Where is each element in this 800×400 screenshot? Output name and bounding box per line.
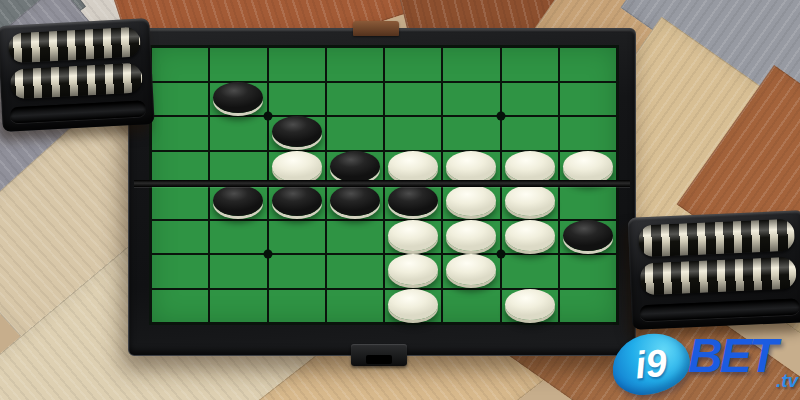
cell-c5[interactable] [268,185,326,220]
cell-f7[interactable] [442,254,500,289]
cell-h1[interactable] [559,47,617,82]
disc-black-c5[interactable] [272,185,322,216]
cell-a5[interactable] [151,185,209,220]
disc-black-e5[interactable] [388,185,438,216]
cell-d3[interactable] [326,116,384,151]
disc-tray-right [628,210,800,330]
logo-tld-text: .tv [776,370,798,392]
disc-stack [638,219,795,258]
cell-c3[interactable] [268,116,326,151]
othello-board [128,28,636,356]
cell-a6[interactable] [151,220,209,255]
cell-f5[interactable] [442,185,500,220]
cell-h7[interactable] [559,254,617,289]
cell-g6[interactable] [501,220,559,255]
cell-d5[interactable] [326,185,384,220]
disc-tray-left [0,18,155,132]
disc-white-f5[interactable] [446,185,496,216]
star-point [263,112,272,121]
disc-white-h4[interactable] [563,151,613,182]
disc-black-c3[interactable] [272,116,322,147]
cell-g2[interactable] [501,82,559,117]
cell-b6[interactable] [209,220,267,255]
cell-b2[interactable] [209,82,267,117]
disc-white-f6[interactable] [446,220,496,251]
logo-brand-text: BET [688,328,775,383]
disc-stack [10,63,143,100]
disc-white-g5[interactable] [505,185,555,216]
cell-d2[interactable] [326,82,384,117]
star-point [496,250,505,259]
cell-h8[interactable] [559,289,617,324]
cell-c2[interactable] [268,82,326,117]
cell-e8[interactable] [384,289,442,324]
disc-white-e6[interactable] [388,220,438,251]
tray-channel [639,298,800,321]
cell-h2[interactable] [559,82,617,117]
cell-a3[interactable] [151,116,209,151]
cell-g1[interactable] [501,47,559,82]
disc-black-d4[interactable] [330,151,380,182]
cell-g7[interactable] [501,254,559,289]
cell-e7[interactable] [384,254,442,289]
disc-white-g8[interactable] [505,289,555,320]
cell-a2[interactable] [151,82,209,117]
cell-d7[interactable] [326,254,384,289]
cell-b5[interactable] [209,185,267,220]
disc-black-b2[interactable] [213,82,263,113]
cell-h6[interactable] [559,220,617,255]
cell-d6[interactable] [326,220,384,255]
board-fold-seam [134,180,630,187]
cell-c6[interactable] [268,220,326,255]
cell-f6[interactable] [442,220,500,255]
disc-white-f7[interactable] [446,254,496,285]
disc-black-b5[interactable] [213,185,263,216]
disc-black-h6[interactable] [563,220,613,251]
hinge-tab-top [353,21,399,36]
cell-a7[interactable] [151,254,209,289]
cell-e1[interactable] [384,47,442,82]
cell-f8[interactable] [442,289,500,324]
i9bet-watermark: i9 BET .tv [600,328,800,396]
cell-e5[interactable] [384,185,442,220]
disc-stack [640,257,797,296]
cell-e2[interactable] [384,82,442,117]
cell-g5[interactable] [501,185,559,220]
latch-tab-bottom [351,344,407,366]
cell-b3[interactable] [209,116,267,151]
disc-white-g4[interactable] [505,151,555,182]
cell-b8[interactable] [209,289,267,324]
cell-g3[interactable] [501,116,559,151]
cell-c8[interactable] [268,289,326,324]
cell-a8[interactable] [151,289,209,324]
star-point [263,250,272,259]
cell-f1[interactable] [442,47,500,82]
tray-channel [10,100,147,123]
disc-white-e4[interactable] [388,151,438,182]
cell-d8[interactable] [326,289,384,324]
cell-e6[interactable] [384,220,442,255]
cell-b7[interactable] [209,254,267,289]
cell-h5[interactable] [559,185,617,220]
cell-f2[interactable] [442,82,500,117]
cell-h3[interactable] [559,116,617,151]
cell-a1[interactable] [151,47,209,82]
star-point [496,112,505,121]
disc-stack [8,27,141,64]
cell-g8[interactable] [501,289,559,324]
disc-white-e7[interactable] [388,254,438,285]
disc-white-f4[interactable] [446,151,496,182]
cell-b1[interactable] [209,47,267,82]
scene: i9 BET .tv [0,0,800,400]
disc-white-c4[interactable] [272,151,322,182]
cell-d1[interactable] [326,47,384,82]
logo-blob: i9 [608,329,694,399]
disc-white-e8[interactable] [388,289,438,320]
disc-black-d5[interactable] [330,185,380,216]
cell-f3[interactable] [442,116,500,151]
logo-blob-text: i9 [633,341,669,387]
disc-white-g6[interactable] [505,220,555,251]
cell-e3[interactable] [384,116,442,151]
cell-c7[interactable] [268,254,326,289]
cell-c1[interactable] [268,47,326,82]
